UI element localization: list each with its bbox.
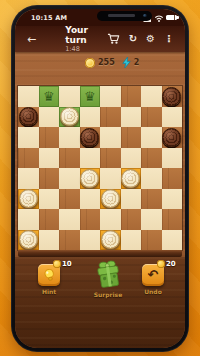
square-7-5[interactable] [100,209,121,230]
square-8-8[interactable] [162,230,183,251]
square-5-6[interactable] [121,168,142,189]
square-1-2[interactable]: ♛ [39,86,60,107]
square-1-1[interactable] [18,86,39,107]
white-piece[interactable] [101,230,120,249]
square-1-8[interactable] [162,86,183,107]
small-coin-icon [157,260,165,268]
square-8-3[interactable] [59,230,80,251]
square-4-4[interactable] [80,148,101,169]
shop-cart-button[interactable] [107,33,120,45]
square-3-4[interactable] [80,127,101,148]
square-5-8[interactable] [162,168,183,189]
square-5-5[interactable] [100,168,121,189]
notch [97,11,152,21]
square-7-7[interactable] [141,209,162,230]
undo-arrow-icon: ↶ [148,268,159,281]
square-7-2[interactable] [39,209,60,230]
undo-cost-badge: 20 [157,260,176,268]
energy-bolt-icon [122,57,131,68]
white-piece[interactable] [60,107,79,126]
square-2-8[interactable] [162,107,183,128]
white-piece[interactable] [121,169,140,188]
square-1-4[interactable]: ♛ [80,86,101,107]
square-4-1[interactable] [18,148,39,169]
crown-icon: ♛ [84,90,96,103]
board-edge [18,250,182,257]
turn-timer: 1:48 [65,46,106,53]
board: ♛♛ [18,86,182,250]
square-2-4[interactable] [80,107,101,128]
battery-icon [166,15,177,21]
square-8-5[interactable] [100,230,121,251]
square-2-1[interactable] [18,107,39,128]
square-2-6[interactable] [121,107,142,128]
square-7-1[interactable] [18,209,39,230]
front-camera [143,14,147,18]
overflow-menu-button[interactable]: ⋮ [164,34,174,44]
square-3-8[interactable] [162,127,183,148]
square-6-6[interactable] [121,189,142,210]
black-piece[interactable] [162,128,181,147]
square-3-3[interactable] [59,127,80,148]
speaker-slot [108,14,135,17]
coin-icon [85,58,95,68]
currency-bar: 255 2 [85,57,139,68]
square-2-5[interactable] [100,107,121,128]
coin-count: 255 [98,58,115,67]
square-6-2[interactable] [39,189,60,210]
white-piece[interactable] [19,230,38,249]
hint-group: 10 Hint [27,264,71,295]
black-piece[interactable] [80,128,99,147]
square-5-1[interactable] [18,168,39,189]
phone-screen: 10:15 AM ← Your tu [15,9,185,348]
square-3-6[interactable] [121,127,142,148]
square-6-3[interactable] [59,189,80,210]
square-3-1[interactable] [18,127,39,148]
square-4-3[interactable] [59,148,80,169]
white-piece[interactable] [19,189,38,208]
square-6-5[interactable] [100,189,121,210]
square-1-5[interactable] [100,86,121,107]
square-5-7[interactable] [141,168,162,189]
crown-icon: ♛ [43,90,55,103]
square-8-4[interactable] [80,230,101,251]
surprise-button[interactable] [95,259,122,289]
surprise-group: Surprise [86,259,130,298]
square-8-6[interactable] [121,230,142,251]
page-title: Your turn [65,25,106,46]
hint-cost-badge: 10 [53,260,72,268]
surprise-label: Surprise [94,291,123,298]
page-background: 10:15 AM ← Your tu [0,0,200,356]
square-4-5[interactable] [100,148,121,169]
square-7-6[interactable] [121,209,142,230]
square-7-4[interactable] [80,209,101,230]
app-header: ← Your turn 1:48 ↻ ⚙ ⋮ [15,26,185,52]
square-5-3[interactable] [59,168,80,189]
lightbulb-icon [43,268,56,282]
square-6-4[interactable] [80,189,101,210]
square-8-2[interactable] [39,230,60,251]
clock: 10:15 AM [31,14,67,22]
square-4-6[interactable] [121,148,142,169]
energy-count: 2 [134,58,140,67]
square-7-3[interactable] [59,209,80,230]
square-4-8[interactable] [162,148,183,169]
square-2-2[interactable] [39,107,60,128]
square-3-7[interactable] [141,127,162,148]
square-1-6[interactable] [121,86,142,107]
white-piece[interactable] [101,189,120,208]
black-piece[interactable] [162,87,181,106]
square-2-7[interactable] [141,107,162,128]
undo-label: Undo [144,288,162,295]
settings-gear-button[interactable]: ⚙ [146,34,155,44]
square-6-7[interactable] [141,189,162,210]
square-5-4[interactable] [80,168,101,189]
small-coin-icon [53,260,61,268]
undo-group: ↶ 20 Undo [131,264,175,295]
hint-label: Hint [42,288,56,295]
restart-button[interactable]: ↻ [129,34,137,44]
square-1-3[interactable] [59,86,80,107]
square-8-7[interactable] [141,230,162,251]
square-3-2[interactable] [39,127,60,148]
white-piece[interactable] [80,169,99,188]
square-6-1[interactable] [18,189,39,210]
wifi-icon [154,14,164,22]
square-7-8[interactable] [162,209,183,230]
square-4-2[interactable] [39,148,60,169]
square-2-3[interactable] [59,107,80,128]
square-8-1[interactable] [18,230,39,251]
back-button[interactable]: ← [27,34,36,45]
square-1-7[interactable] [141,86,162,107]
square-6-8[interactable] [162,189,183,210]
square-5-2[interactable] [39,168,60,189]
square-4-7[interactable] [141,148,162,169]
square-3-5[interactable] [100,127,121,148]
black-piece[interactable] [19,107,38,126]
phone-frame: 10:15 AM ← Your tu [11,5,189,352]
